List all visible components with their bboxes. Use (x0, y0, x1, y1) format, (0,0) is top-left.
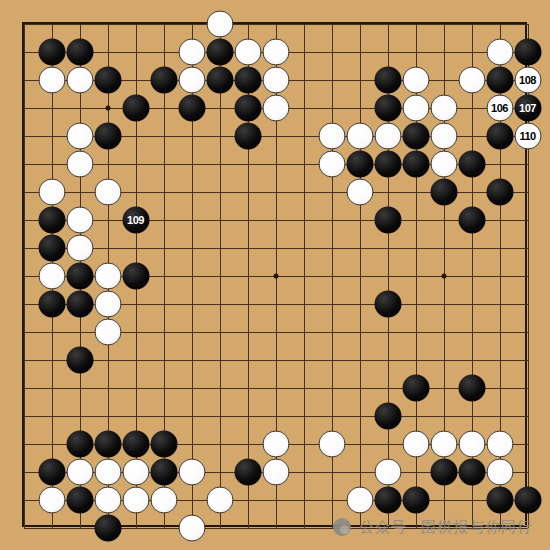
white-stone (206, 486, 233, 513)
white-stone (94, 178, 121, 205)
black-stone (486, 486, 513, 513)
black-stone (458, 206, 485, 233)
black-stone (234, 458, 261, 485)
white-stone (38, 66, 65, 93)
black-stone (38, 234, 65, 261)
white-stone (430, 150, 457, 177)
black-stone (150, 458, 177, 485)
black-stone (486, 122, 513, 149)
black-stone (94, 122, 121, 149)
black-stone (94, 430, 121, 457)
black-stone (402, 486, 429, 513)
white-stone (94, 318, 121, 345)
white-stone (262, 38, 289, 65)
black-stone (430, 178, 457, 205)
black-stone (206, 38, 233, 65)
white-stone (38, 486, 65, 513)
black-stone (38, 458, 65, 485)
move-number-label: 109 (127, 214, 144, 225)
white-stone (374, 458, 401, 485)
black-stone (514, 486, 541, 513)
black-stone (486, 66, 513, 93)
black-stone (234, 94, 261, 121)
white-stone (122, 458, 149, 485)
black-stone (94, 514, 121, 541)
black-stone (122, 430, 149, 457)
white-stone (178, 514, 205, 541)
black-stone (458, 458, 485, 485)
white-stone (262, 458, 289, 485)
black-stone (38, 290, 65, 317)
black-stone (486, 178, 513, 205)
grid-line (24, 360, 528, 361)
white-stone (94, 262, 121, 289)
black-stone (66, 430, 93, 457)
black-stone (430, 458, 457, 485)
grid-line (304, 24, 305, 528)
black-stone (66, 486, 93, 513)
black-stone (122, 94, 149, 121)
grid-line (360, 24, 361, 528)
white-stone (402, 66, 429, 93)
black-stone (374, 94, 401, 121)
black-stone (178, 94, 205, 121)
white-stone (346, 122, 373, 149)
white-stone (94, 458, 121, 485)
white-stone (486, 38, 513, 65)
black-stone (458, 374, 485, 401)
black-stone (346, 150, 373, 177)
black-stone (150, 430, 177, 457)
move-number-label: 108 (519, 74, 536, 85)
go-board: 108106107110109 (0, 0, 550, 550)
white-stone (178, 38, 205, 65)
white-stone (458, 430, 485, 457)
star-point (441, 273, 446, 278)
white-stone (458, 66, 485, 93)
black-stone (122, 262, 149, 289)
black-stone: 109 (122, 206, 149, 233)
black-stone (374, 66, 401, 93)
black-stone: 107 (514, 94, 541, 121)
black-stone (402, 122, 429, 149)
white-stone (66, 206, 93, 233)
black-stone (374, 402, 401, 429)
black-stone (150, 66, 177, 93)
white-stone (178, 66, 205, 93)
white-stone (262, 66, 289, 93)
black-stone (402, 374, 429, 401)
black-stone (234, 122, 261, 149)
white-stone (150, 486, 177, 513)
white-stone (262, 430, 289, 457)
black-stone (374, 486, 401, 513)
watermark-text: 围棋报与你同行 (421, 518, 533, 537)
black-stone (374, 290, 401, 317)
white-stone (234, 38, 261, 65)
white-stone (402, 430, 429, 457)
white-stone (94, 290, 121, 317)
watermark: 公众号 围棋报与你同行 (333, 516, 533, 538)
move-number-label: 107 (519, 102, 536, 113)
black-stone (514, 38, 541, 65)
white-stone (94, 486, 121, 513)
white-stone (346, 178, 373, 205)
black-stone (374, 206, 401, 233)
white-stone (374, 122, 401, 149)
white-stone (206, 10, 233, 37)
white-stone (318, 122, 345, 149)
white-stone (430, 430, 457, 457)
white-stone (486, 430, 513, 457)
white-stone (318, 430, 345, 457)
star-point (273, 273, 278, 278)
white-stone (262, 94, 289, 121)
black-stone (66, 346, 93, 373)
white-stone (486, 458, 513, 485)
white-stone (178, 458, 205, 485)
black-stone (38, 206, 65, 233)
white-stone: 110 (514, 122, 541, 149)
white-stone (38, 178, 65, 205)
white-stone (430, 94, 457, 121)
white-stone (430, 122, 457, 149)
black-stone (66, 290, 93, 317)
white-stone (38, 262, 65, 289)
white-stone (402, 94, 429, 121)
black-stone (38, 38, 65, 65)
white-stone (346, 486, 373, 513)
watermark-prefix: 公众号 (359, 518, 407, 537)
white-stone (66, 458, 93, 485)
white-stone (66, 234, 93, 261)
grid-line (24, 388, 528, 389)
white-stone (66, 66, 93, 93)
white-stone: 108 (514, 66, 541, 93)
star-point (105, 105, 110, 110)
move-number-label: 110 (519, 130, 535, 141)
black-stone (234, 66, 261, 93)
black-stone (66, 38, 93, 65)
black-stone (66, 262, 93, 289)
black-stone (206, 66, 233, 93)
white-stone: 106 (486, 94, 513, 121)
white-stone (66, 122, 93, 149)
white-stone (318, 150, 345, 177)
black-stone (374, 150, 401, 177)
black-stone (94, 66, 121, 93)
black-stone (402, 150, 429, 177)
move-number-label: 106 (491, 102, 508, 113)
white-stone (66, 150, 93, 177)
grid-line (24, 416, 528, 417)
wechat-official-account-icon (333, 518, 351, 536)
black-stone (458, 150, 485, 177)
white-stone (122, 486, 149, 513)
